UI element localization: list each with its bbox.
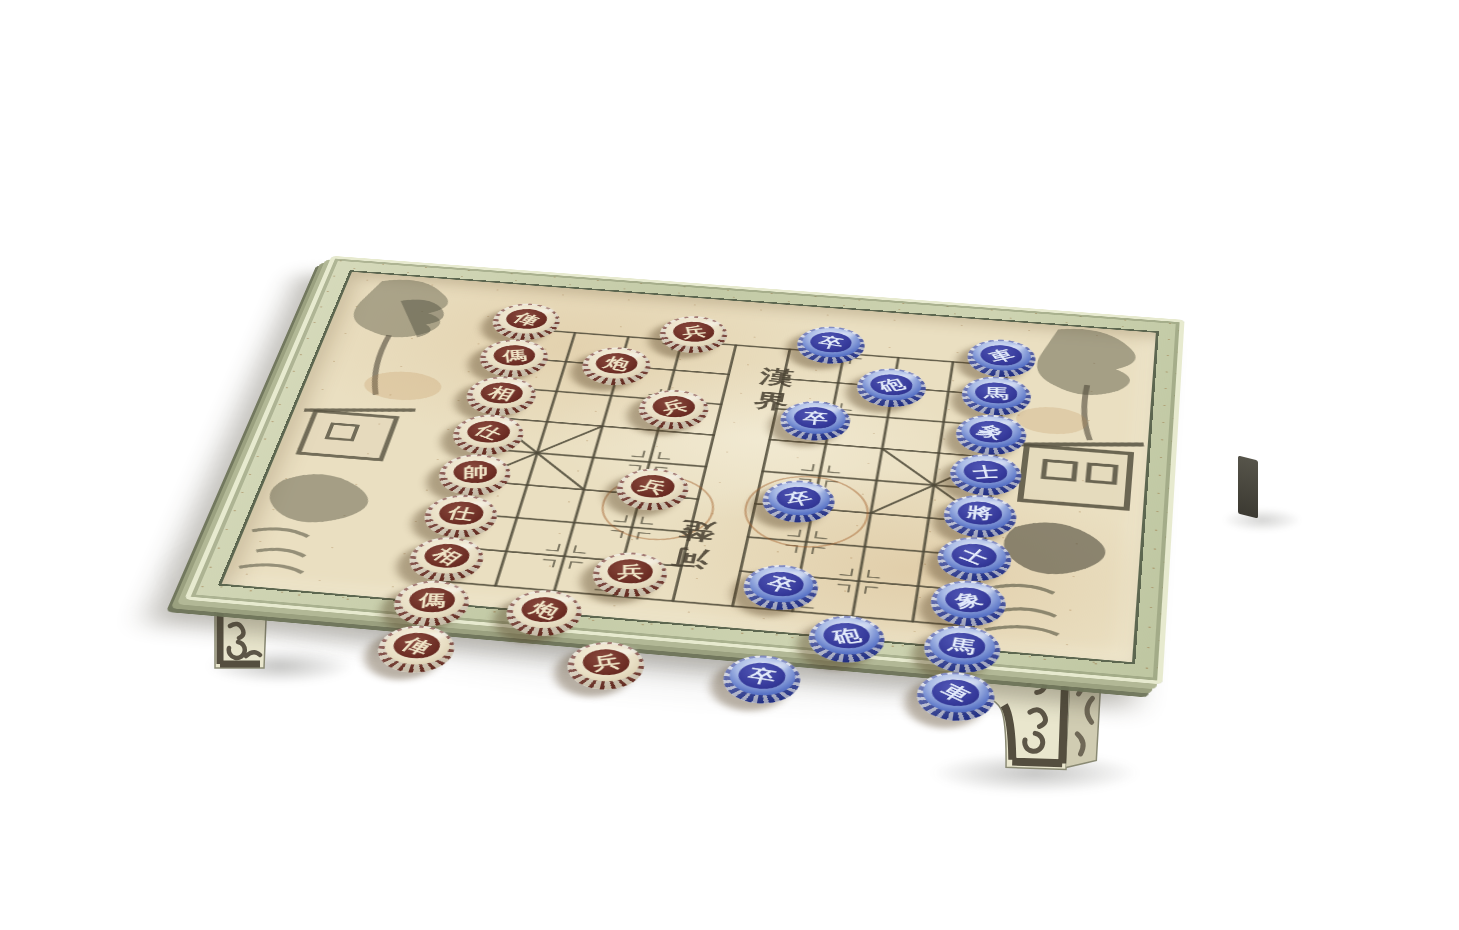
board-grid: 車卒兵俥馬砲炮傌象卒兵相士仕將卒兵帥士仕象卒兵相馬砲炮傌車卒兵俥	[401, 312, 1037, 647]
piece-red-horse[interactable]: 傌	[474, 337, 553, 379]
piece-red-elephant[interactable]: 相	[461, 374, 542, 418]
xiangqi-board-tray: 漢 界 楚 河 車卒兵俥馬砲炮傌象卒兵相士仕將卒兵帥士仕象卒兵相馬砲炮傌車卒兵俥	[184, 256, 1184, 685]
piece-blue-cannon[interactable]: 砲	[805, 613, 889, 666]
piece-red-chariot[interactable]: 俥	[371, 623, 461, 676]
piece-red-soldier[interactable]: 兵	[611, 466, 693, 513]
piece-red-soldier[interactable]: 兵	[562, 639, 650, 693]
perspective-scene: 漢 界 楚 河 車卒兵俥馬砲炮傌象卒兵相士仕將卒兵帥士仕象卒兵相馬砲炮傌車卒兵俥	[0, 0, 1459, 930]
piece-red-soldier[interactable]: 兵	[587, 550, 672, 600]
piece-red-soldier[interactable]: 兵	[655, 314, 731, 356]
piece-red-elephant[interactable]: 相	[403, 534, 490, 584]
piece-character: 士	[961, 459, 1010, 484]
piece-blue-soldier[interactable]: 卒	[776, 399, 853, 444]
piece-blue-soldier[interactable]: 卒	[739, 562, 822, 613]
piece-character: 砲	[819, 620, 874, 651]
piece-blue-advisor[interactable]: 士	[934, 534, 1013, 584]
piece-blue-general[interactable]: 將	[941, 492, 1019, 540]
piece-red-cannon[interactable]: 炮	[577, 345, 655, 388]
piece-blue-soldier[interactable]: 卒	[758, 478, 838, 525]
piece-blue-cannon[interactable]: 砲	[854, 366, 929, 409]
piece-red-chariot[interactable]: 俥	[487, 301, 565, 342]
piece-blue-horse[interactable]: 馬	[921, 623, 1003, 676]
piece-red-advisor[interactable]: 仕	[447, 412, 529, 457]
piece-blue-soldier[interactable]: 卒	[793, 324, 868, 366]
playing-area: 漢 界 楚 河 車卒兵俥馬砲炮傌象卒兵相士仕將卒兵帥士仕象卒兵相馬砲炮傌車卒兵俥	[401, 312, 1037, 647]
piece-red-cannon[interactable]: 炮	[500, 587, 587, 639]
piece-blue-soldier[interactable]: 卒	[719, 652, 805, 706]
piece-red-horse[interactable]: 傌	[387, 578, 475, 629]
piece-red-soldier[interactable]: 兵	[634, 388, 713, 432]
piece-character: 仕	[435, 499, 488, 527]
piece-red-general[interactable]: 帥	[433, 452, 517, 498]
piece-red-advisor[interactable]: 仕	[418, 492, 503, 540]
piece-character: 帥	[453, 460, 497, 484]
board-well: 漢 界 楚 河 車卒兵俥馬砲炮傌象卒兵相士仕將卒兵帥士仕象卒兵相馬砲炮傌車卒兵俥	[218, 270, 1159, 664]
piece-character: 兵	[607, 559, 653, 584]
piece-character: 馬	[935, 630, 988, 661]
product-photo-canvas: 漢 界 楚 河 車卒兵俥馬砲炮傌象卒兵相士仕將卒兵帥士仕象卒兵相馬砲炮傌車卒兵俥	[0, 0, 1459, 930]
piece-blue-chariot[interactable]: 車	[914, 669, 998, 724]
piece-character: 將	[956, 500, 1004, 527]
